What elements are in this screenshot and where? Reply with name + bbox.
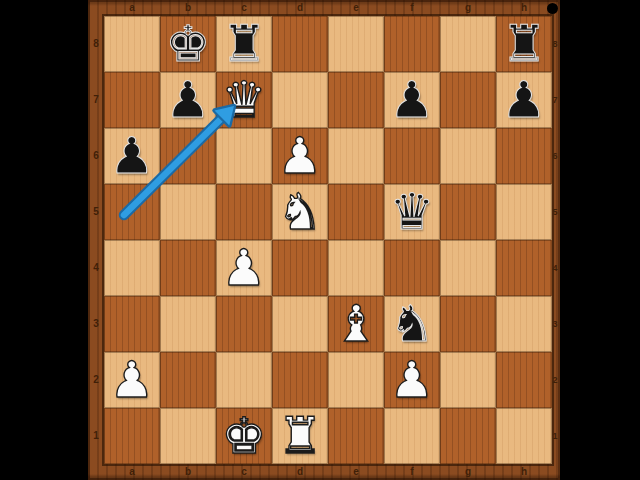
square-e4[interactable] [328,240,384,296]
square-e3[interactable]: ♝ [328,296,384,352]
square-g8[interactable] [440,16,496,72]
rank-label-left-7: 7 [88,72,104,128]
white-queen-c7[interactable]: ♛ [216,72,272,128]
square-e8[interactable] [328,16,384,72]
file-label-top-d: d [272,1,328,15]
rank-label-right-3: 3 [551,296,559,352]
square-c2[interactable] [216,352,272,408]
file-label-bottom-f: f [384,465,440,479]
rank-label-left-5: 5 [88,184,104,240]
black-pawn-h7[interactable]: ♟ [496,72,552,128]
file-label-bottom-a: a [104,465,160,479]
rank-label-right-5: 5 [551,184,559,240]
file-label-top-g: g [440,1,496,15]
square-c5[interactable] [216,184,272,240]
black-pawn-b7[interactable]: ♟ [160,72,216,128]
square-a2[interactable]: ♟ [104,352,160,408]
file-label-top-e: e [328,1,384,15]
square-f2[interactable]: ♟ [384,352,440,408]
square-f7[interactable]: ♟ [384,72,440,128]
black-pawn-f7[interactable]: ♟ [384,72,440,128]
right-black-bar [560,0,640,480]
square-g1[interactable] [440,408,496,464]
square-f6[interactable] [384,128,440,184]
square-g2[interactable] [440,352,496,408]
square-b6[interactable] [160,128,216,184]
white-pawn-f2[interactable]: ♟ [384,352,440,408]
file-label-bottom-c: c [216,465,272,479]
chess-board[interactable]: ♚♜♜♟♛♟♟♟♟♞♛♟♝♞♟♟♚♜ [104,16,552,464]
square-g7[interactable] [440,72,496,128]
square-b8[interactable]: ♚ [160,16,216,72]
square-a5[interactable] [104,184,160,240]
square-f5[interactable]: ♛ [384,184,440,240]
square-b1[interactable] [160,408,216,464]
white-pawn-c4[interactable]: ♟ [216,240,272,296]
rank-label-right-6: 6 [551,128,559,184]
rank-label-right-7: 7 [551,72,559,128]
square-h1[interactable] [496,408,552,464]
square-f3[interactable]: ♞ [384,296,440,352]
file-label-top-b: b [160,1,216,15]
square-d1[interactable]: ♜ [272,408,328,464]
square-f4[interactable] [384,240,440,296]
square-e5[interactable] [328,184,384,240]
black-knight-f3[interactable]: ♞ [384,296,440,352]
square-b5[interactable] [160,184,216,240]
square-h6[interactable] [496,128,552,184]
square-d7[interactable] [272,72,328,128]
square-f8[interactable] [384,16,440,72]
rank-label-left-1: 1 [88,408,104,464]
square-h7[interactable]: ♟ [496,72,552,128]
rank-label-left-8: 8 [88,16,104,72]
black-king-b8[interactable]: ♚ [160,16,216,72]
file-label-top-f: f [384,1,440,15]
square-h5[interactable] [496,184,552,240]
chess-board-frame: ♚♜♜♟♛♟♟♟♟♞♛♟♝♞♟♟♚♜ aabbccddeeffgghh88776… [88,0,560,480]
square-a6[interactable]: ♟ [104,128,160,184]
square-e1[interactable] [328,408,384,464]
rank-label-right-8: 8 [551,16,559,72]
square-e2[interactable] [328,352,384,408]
square-d3[interactable] [272,296,328,352]
square-b3[interactable] [160,296,216,352]
white-rook-d1[interactable]: ♜ [272,408,328,464]
square-d6[interactable]: ♟ [272,128,328,184]
square-c3[interactable] [216,296,272,352]
file-label-top-a: a [104,1,160,15]
black-rook-h8[interactable]: ♜ [496,16,552,72]
square-c1[interactable]: ♚ [216,408,272,464]
screenshot-stage: ♚♜♜♟♛♟♟♟♟♞♛♟♝♞♟♟♚♜ aabbccddeeffgghh88776… [0,0,640,480]
square-c4[interactable]: ♟ [216,240,272,296]
rank-label-right-1: 1 [551,408,559,464]
white-pawn-d6[interactable]: ♟ [272,128,328,184]
square-a7[interactable] [104,72,160,128]
file-label-bottom-g: g [440,465,496,479]
square-a3[interactable] [104,296,160,352]
square-b2[interactable] [160,352,216,408]
square-h2[interactable] [496,352,552,408]
square-a1[interactable] [104,408,160,464]
square-d5[interactable]: ♞ [272,184,328,240]
file-label-bottom-h: h [496,465,552,479]
square-c7[interactable]: ♛ [216,72,272,128]
black-pawn-a6[interactable]: ♟ [104,128,160,184]
square-d8[interactable] [272,16,328,72]
white-knight-d5[interactable]: ♞ [272,184,328,240]
file-label-bottom-d: d [272,465,328,479]
square-c6[interactable] [216,128,272,184]
file-label-top-h: h [496,1,552,15]
square-h8[interactable]: ♜ [496,16,552,72]
square-f1[interactable] [384,408,440,464]
rank-label-left-3: 3 [88,296,104,352]
square-g5[interactable] [440,184,496,240]
rank-label-right-4: 4 [551,240,559,296]
square-g3[interactable] [440,296,496,352]
square-g6[interactable] [440,128,496,184]
square-b7[interactable]: ♟ [160,72,216,128]
square-h3[interactable] [496,296,552,352]
square-a8[interactable] [104,16,160,72]
rank-label-left-2: 2 [88,352,104,408]
white-pawn-a2[interactable]: ♟ [104,352,160,408]
left-black-bar [0,0,88,480]
white-king-c1[interactable]: ♚ [216,408,272,464]
square-h4[interactable] [496,240,552,296]
rank-label-right-2: 2 [551,352,559,408]
square-c8[interactable]: ♜ [216,16,272,72]
square-e6[interactable] [328,128,384,184]
black-rook-c8[interactable]: ♜ [216,16,272,72]
file-label-bottom-e: e [328,465,384,479]
black-queen-f5[interactable]: ♛ [384,184,440,240]
rank-label-left-4: 4 [88,240,104,296]
file-label-bottom-b: b [160,465,216,479]
square-e7[interactable] [328,72,384,128]
white-bishop-e3[interactable]: ♝ [328,296,384,352]
file-label-top-c: c [216,1,272,15]
rank-label-left-6: 6 [88,128,104,184]
square-d4[interactable] [272,240,328,296]
square-d2[interactable] [272,352,328,408]
square-g4[interactable] [440,240,496,296]
square-b4[interactable] [160,240,216,296]
square-a4[interactable] [104,240,160,296]
